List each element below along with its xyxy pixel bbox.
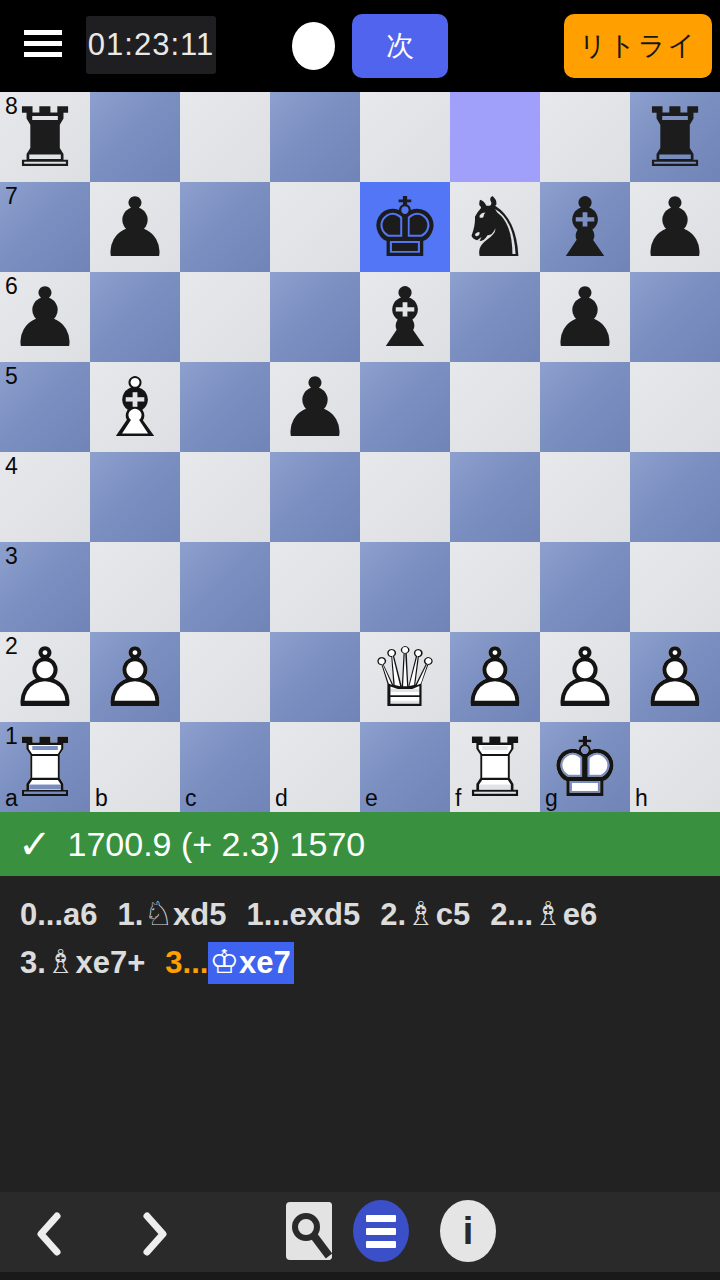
square-b2[interactable]: ♟♙ xyxy=(90,632,180,722)
black-pawn-b7: ♟ xyxy=(90,182,180,272)
square-e4[interactable] xyxy=(360,452,450,542)
square-f6[interactable] xyxy=(450,272,540,362)
chevron-left-icon xyxy=(33,1210,63,1258)
square-d8[interactable] xyxy=(270,92,360,182)
next-button[interactable]: 次 xyxy=(352,14,448,78)
square-h7[interactable]: ♟ xyxy=(630,182,720,272)
square-a1[interactable]: 1a♜♖ xyxy=(0,722,90,812)
selected-move: ♔xe7 xyxy=(208,942,293,984)
white-rook-a1: ♜♖ xyxy=(0,722,90,812)
file-label-d: d xyxy=(275,787,288,810)
move-line-1: 0...a61.♘xd51...exd52.♗c52...♗e6 xyxy=(20,890,720,938)
square-b4[interactable] xyxy=(90,452,180,542)
move-list: 0...a61.♘xd51...exd52.♗c52...♗e63.♗xe7+3… xyxy=(0,876,720,1192)
white-pawn-f2: ♟♙ xyxy=(450,632,540,722)
bishop-figurine-icon: ♗ xyxy=(533,894,563,933)
square-g6[interactable]: ♟ xyxy=(540,272,630,362)
move-token[interactable]: 3...♔xe7 xyxy=(165,938,293,986)
file-label-e: e xyxy=(365,787,378,810)
bottom-bar: i xyxy=(0,1192,720,1280)
bishop-figurine-icon: ♗ xyxy=(46,942,76,981)
list-icon xyxy=(366,1215,396,1222)
white-pawn-g2: ♟♙ xyxy=(540,632,630,722)
white-pawn-a2: ♟♙ xyxy=(0,632,90,722)
square-e6[interactable]: ♝ xyxy=(360,272,450,362)
square-g5[interactable] xyxy=(540,362,630,452)
next-move-button[interactable] xyxy=(136,1210,176,1258)
square-b6[interactable] xyxy=(90,272,180,362)
result-status-bar: ✓ 1700.9 (+ 2.3) 1570 xyxy=(0,812,720,876)
square-a6[interactable]: 6♟ xyxy=(0,272,90,362)
black-king-e7: ♚ xyxy=(360,182,450,272)
square-g4[interactable] xyxy=(540,452,630,542)
white-pawn-b2: ♟♙ xyxy=(90,632,180,722)
square-h2[interactable]: ♟♙ xyxy=(630,632,720,722)
white-pawn-h2: ♟♙ xyxy=(630,632,720,722)
square-f5[interactable] xyxy=(450,362,540,452)
square-f2[interactable]: ♟♙ xyxy=(450,632,540,722)
square-e2[interactable]: ♛♕ xyxy=(360,632,450,722)
black-bishop-g7: ♝ xyxy=(540,182,630,272)
black-rook-a8: ♜ xyxy=(0,92,90,182)
square-f4[interactable] xyxy=(450,452,540,542)
square-c4[interactable] xyxy=(180,452,270,542)
square-d6[interactable] xyxy=(270,272,360,362)
app-screen: 01:23:11 次 リトライ 8♜♜7♟♚♞♝♟6♟♝♟5♝♗♟432♟♙♟♙… xyxy=(0,0,720,1280)
bottom-edge xyxy=(0,1272,720,1280)
square-h4[interactable] xyxy=(630,452,720,542)
square-c6[interactable] xyxy=(180,272,270,362)
square-g8[interactable] xyxy=(540,92,630,182)
square-a3[interactable]: 3 xyxy=(0,542,90,632)
square-h6[interactable] xyxy=(630,272,720,362)
move-token[interactable]: 2...♗e6 xyxy=(490,890,597,938)
prev-move-button[interactable] xyxy=(28,1210,68,1258)
move-token[interactable]: 1...exd5 xyxy=(246,891,360,938)
square-a8[interactable]: 8♜ xyxy=(0,92,90,182)
square-b1[interactable]: b xyxy=(90,722,180,812)
white-rook-f1: ♜♖ xyxy=(450,722,540,812)
file-label-c: c xyxy=(185,787,197,810)
square-h8[interactable]: ♜ xyxy=(630,92,720,182)
square-d3[interactable] xyxy=(270,542,360,632)
rank-label-3: 3 xyxy=(5,545,18,568)
square-d2[interactable] xyxy=(270,632,360,722)
move-token[interactable]: 1.♘xd5 xyxy=(118,890,227,938)
turn-indicator-white-icon xyxy=(292,22,335,70)
square-e5[interactable] xyxy=(360,362,450,452)
square-f8[interactable] xyxy=(450,92,540,182)
square-c7[interactable] xyxy=(180,182,270,272)
rank-label-7: 7 xyxy=(5,185,18,208)
square-e7[interactable]: ♚ xyxy=(360,182,450,272)
square-c1[interactable]: c xyxy=(180,722,270,812)
search-document-icon xyxy=(284,1200,334,1262)
white-king-g1: ♚♔ xyxy=(540,722,630,812)
black-pawn-g6: ♟ xyxy=(540,272,630,362)
move-list-tab-button[interactable] xyxy=(353,1200,409,1262)
square-g7[interactable]: ♝ xyxy=(540,182,630,272)
square-g3[interactable] xyxy=(540,542,630,632)
square-d4[interactable] xyxy=(270,452,360,542)
square-c3[interactable] xyxy=(180,542,270,632)
square-a2[interactable]: 2♟♙ xyxy=(0,632,90,722)
square-e8[interactable] xyxy=(360,92,450,182)
black-bishop-e6: ♝ xyxy=(360,272,450,362)
square-f1[interactable]: f♜♖ xyxy=(450,722,540,812)
info-button[interactable]: i xyxy=(440,1200,496,1262)
square-f7[interactable]: ♞ xyxy=(450,182,540,272)
square-b8[interactable] xyxy=(90,92,180,182)
square-h3[interactable] xyxy=(630,542,720,632)
square-d5[interactable]: ♟ xyxy=(270,362,360,452)
white-queen-e2: ♛♕ xyxy=(360,632,450,722)
square-a4[interactable]: 4 xyxy=(0,452,90,542)
king-figurine-icon: ♔ xyxy=(209,942,239,981)
square-b5[interactable]: ♝♗ xyxy=(90,362,180,452)
move-token[interactable]: 2.♗c5 xyxy=(380,890,470,938)
black-pawn-a6: ♟ xyxy=(0,272,90,362)
square-e1[interactable]: e xyxy=(360,722,450,812)
chevron-right-icon xyxy=(141,1210,171,1258)
bishop-figurine-icon: ♗ xyxy=(406,894,436,933)
move-line-2: 3.♗xe7+3...♔xe7 xyxy=(20,938,720,986)
rank-label-5: 5 xyxy=(5,365,18,388)
black-pawn-d5: ♟ xyxy=(270,362,360,452)
square-a7[interactable]: 7 xyxy=(0,182,90,272)
square-h5[interactable] xyxy=(630,362,720,452)
file-label-h: h xyxy=(635,787,648,810)
rating-text: 1700.9 (+ 2.3) 1570 xyxy=(68,825,366,864)
retry-button[interactable]: リトライ xyxy=(564,14,712,78)
square-b3[interactable] xyxy=(90,542,180,632)
square-d1[interactable]: d xyxy=(270,722,360,812)
move-token[interactable]: 3.♗xe7+ xyxy=(20,938,145,986)
square-g1[interactable]: g♚♔ xyxy=(540,722,630,812)
check-icon: ✓ xyxy=(18,821,52,867)
white-bishop-b5: ♝♗ xyxy=(90,362,180,452)
move-token[interactable]: 0...a6 xyxy=(20,891,98,938)
analysis-search-button[interactable] xyxy=(284,1200,334,1262)
black-pawn-h7: ♟ xyxy=(630,182,720,272)
square-c2[interactable] xyxy=(180,632,270,722)
square-f3[interactable] xyxy=(450,542,540,632)
chess-board: 8♜♜7♟♚♞♝♟6♟♝♟5♝♗♟432♟♙♟♙♛♕♟♙♟♙♟♙1a♜♖bcde… xyxy=(0,92,720,812)
square-h1[interactable]: h xyxy=(630,722,720,812)
file-label-b: b xyxy=(95,787,108,810)
black-knight-f7: ♞ xyxy=(450,182,540,272)
timer-display: 01:23:11 xyxy=(86,16,216,74)
square-b7[interactable]: ♟ xyxy=(90,182,180,272)
black-rook-h8: ♜ xyxy=(630,92,720,182)
square-d7[interactable] xyxy=(270,182,360,272)
square-c5[interactable] xyxy=(180,362,270,452)
top-bar: 01:23:11 次 リトライ xyxy=(0,0,720,92)
square-g2[interactable]: ♟♙ xyxy=(540,632,630,722)
square-a5[interactable]: 5 xyxy=(0,362,90,452)
square-e3[interactable] xyxy=(360,542,450,632)
square-c8[interactable] xyxy=(180,92,270,182)
menu-icon[interactable] xyxy=(24,30,62,60)
knight-figurine-icon: ♘ xyxy=(143,894,173,933)
rank-label-4: 4 xyxy=(5,455,18,478)
